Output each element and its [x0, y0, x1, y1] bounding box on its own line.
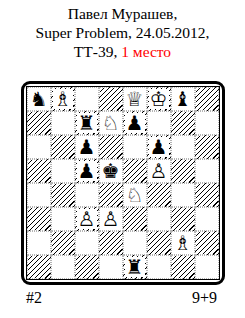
square-c2 [75, 231, 99, 255]
stipulation-label: #2 [26, 289, 42, 307]
square-b3 [51, 207, 75, 231]
square-a8: ♞ [27, 87, 51, 111]
square-f1 [147, 255, 171, 279]
white-pawn: ♙ [77, 209, 97, 229]
black-bishop: ♝ [173, 89, 193, 109]
black-pawn: ♟ [149, 137, 169, 157]
square-h7 [195, 111, 219, 135]
award-label: 1 место [121, 43, 171, 60]
square-g1 [171, 255, 195, 279]
square-a7 [27, 111, 51, 135]
tourney-name: ТТ-39, [74, 43, 121, 60]
board-border: ♞♗♕♔♝♜♘♟♟♟♟♚♙♘♙♙♗♜ [21, 81, 225, 285]
white-pawn: ♙ [101, 209, 121, 229]
square-e4: ♘ [123, 183, 147, 207]
chessboard: ♞♗♕♔♝♜♘♟♟♟♟♚♙♘♙♙♗♜ [21, 81, 225, 285]
tourney-line: ТТ-39, 1 место [0, 42, 245, 61]
white-king: ♔ [149, 89, 169, 109]
square-e6 [123, 135, 147, 159]
square-d1 [99, 255, 123, 279]
square-c5: ♟ [75, 159, 99, 183]
square-h3 [195, 207, 219, 231]
square-h5 [195, 159, 219, 183]
square-h1 [195, 255, 219, 279]
square-d8 [99, 87, 123, 111]
square-h4 [195, 183, 219, 207]
square-f2 [147, 231, 171, 255]
square-a1 [27, 255, 51, 279]
square-g5 [171, 159, 195, 183]
board-grid: ♞♗♕♔♝♜♘♟♟♟♟♚♙♘♙♙♗♜ [27, 87, 219, 279]
square-b8: ♗ [51, 87, 75, 111]
square-f3 [147, 207, 171, 231]
square-e2 [123, 231, 147, 255]
square-f6: ♟ [147, 135, 171, 159]
square-g8: ♝ [171, 87, 195, 111]
square-c8 [75, 87, 99, 111]
square-a4 [27, 183, 51, 207]
white-bishop: ♗ [53, 89, 73, 109]
white-bishop: ♗ [173, 233, 193, 253]
square-b6 [51, 135, 75, 159]
square-h2 [195, 231, 219, 255]
square-b5 [51, 159, 75, 183]
square-c7: ♜ [75, 111, 99, 135]
square-c6: ♟ [75, 135, 99, 159]
square-d5: ♚ [99, 159, 123, 183]
square-c1 [75, 255, 99, 279]
square-b4 [51, 183, 75, 207]
square-b7 [51, 111, 75, 135]
square-f8: ♔ [147, 87, 171, 111]
square-g2: ♗ [171, 231, 195, 255]
square-e3 [123, 207, 147, 231]
square-e5 [123, 159, 147, 183]
square-f7 [147, 111, 171, 135]
square-a6 [27, 135, 51, 159]
square-g3 [171, 207, 195, 231]
square-c3: ♙ [75, 207, 99, 231]
material-count-label: 9+9 [192, 289, 217, 307]
square-d4 [99, 183, 123, 207]
black-rook: ♜ [77, 113, 97, 133]
square-g7 [171, 111, 195, 135]
square-e7: ♟ [123, 111, 147, 135]
square-a2 [27, 231, 51, 255]
white-knight: ♘ [101, 113, 121, 133]
square-h6 [195, 135, 219, 159]
square-f5: ♙ [147, 159, 171, 183]
square-d3: ♙ [99, 207, 123, 231]
square-e1: ♜ [123, 255, 147, 279]
square-d6 [99, 135, 123, 159]
square-e8: ♕ [123, 87, 147, 111]
black-pawn: ♟ [125, 113, 145, 133]
problem-header: Павел Мурашев, Super Problem, 24.05.2012… [0, 0, 245, 61]
square-g6 [171, 135, 195, 159]
white-pawn: ♙ [149, 161, 169, 181]
white-queen: ♕ [125, 89, 145, 109]
square-c4 [75, 183, 99, 207]
white-knight: ♘ [125, 185, 145, 205]
black-knight: ♞ [29, 89, 49, 109]
black-rook: ♜ [125, 257, 145, 277]
square-h8 [195, 87, 219, 111]
square-d2 [99, 231, 123, 255]
square-a3 [27, 207, 51, 231]
square-b1 [51, 255, 75, 279]
source-line: Super Problem, 24.05.2012, [0, 23, 245, 42]
black-pawn: ♟ [77, 137, 97, 157]
square-b2 [51, 231, 75, 255]
author-line: Павел Мурашев, [0, 4, 245, 23]
square-a5 [27, 159, 51, 183]
square-g4 [171, 183, 195, 207]
square-f4 [147, 183, 171, 207]
black-king: ♚ [101, 161, 121, 181]
square-d7: ♘ [99, 111, 123, 135]
black-pawn: ♟ [77, 161, 97, 181]
